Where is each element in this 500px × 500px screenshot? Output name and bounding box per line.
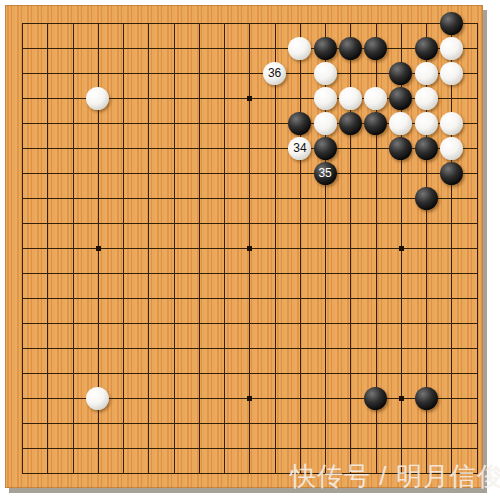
white-stone [440,112,463,135]
watermark: 快传号 / 明月信俊 [290,459,500,494]
star-point [247,96,252,101]
black-stone [415,187,438,210]
grid-line-horizontal [22,448,478,449]
star-point [399,246,404,251]
grid-line-horizontal [22,298,478,299]
move-number-label: 34 [293,142,306,154]
grid-line-horizontal [22,373,478,374]
black-stone [364,112,387,135]
white-stone [389,112,412,135]
white-stone [339,87,362,110]
black-stone [415,37,438,60]
black-stone [415,137,438,160]
black-stone [339,37,362,60]
white-stone-move-34: 34 [288,137,311,160]
grid-line-vertical [451,23,452,474]
black-stone [288,112,311,135]
black-stone [440,12,463,35]
white-stone [440,37,463,60]
black-stone-move-35: 35 [314,162,337,185]
black-stone [364,37,387,60]
grid-line-vertical [275,23,276,474]
white-stone [440,62,463,85]
grid-line-horizontal [22,423,478,424]
white-stone [86,87,109,110]
go-board: 363435 [5,5,483,488]
white-stone [415,112,438,135]
black-stone [415,387,438,410]
grid-line-horizontal [22,323,478,324]
move-number-label: 36 [268,67,281,79]
white-stone [86,387,109,410]
black-stone [339,112,362,135]
black-stone [389,62,412,85]
white-stone [364,87,387,110]
white-stone [415,62,438,85]
grid-line-horizontal [22,348,478,349]
star-point [399,396,404,401]
move-number-label: 35 [318,167,331,179]
grid-line-vertical [300,23,301,474]
grid-line-horizontal [22,273,478,274]
white-stone [314,87,337,110]
star-point [96,246,101,251]
black-stone [389,137,412,160]
white-stone [415,87,438,110]
black-stone [314,137,337,160]
black-stone [314,37,337,60]
white-stone [288,37,311,60]
screenshot-canvas: 363435 快传号 / 明月信俊 [0,0,500,500]
white-stone [314,112,337,135]
black-stone [440,162,463,185]
white-stone-move-36: 36 [263,62,286,85]
star-point [247,246,252,251]
white-stone [440,137,463,160]
star-point [247,396,252,401]
black-stone [364,387,387,410]
white-stone [314,62,337,85]
grid-line-vertical [477,23,478,474]
black-stone [389,87,412,110]
